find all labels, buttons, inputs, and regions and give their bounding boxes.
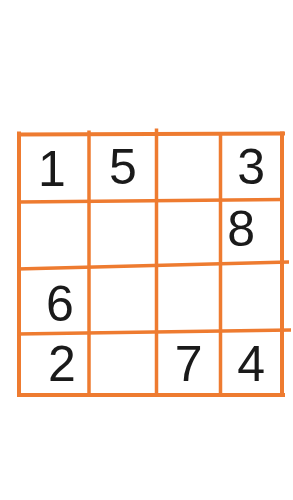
cell-r1c4[interactable]: 3 [221,133,283,201]
screen: 1 5 3 8 6 2 7 4 [0,0,293,500]
cell-value: 2 [48,339,76,389]
cell-value: 8 [227,204,255,254]
cell-r3c1[interactable]: 6 [19,266,89,332]
cell-r4c2[interactable] [89,332,157,396]
cell-r1c1[interactable]: 1 [19,133,89,201]
cell-r1c3[interactable] [157,133,221,201]
cell-value: 7 [175,339,203,389]
cell-r3c4[interactable] [221,266,283,332]
cell-r2c2[interactable] [89,201,157,266]
cell-value: 5 [109,142,137,192]
cell-r3c2[interactable] [89,266,157,332]
cell-value: 4 [237,339,265,389]
cell-r2c4[interactable]: 8 [221,201,283,266]
puzzle-board: 1 5 3 8 6 2 7 4 [19,133,282,396]
cell-r2c3[interactable] [157,201,221,266]
cell-r3c3[interactable] [157,266,221,332]
cell-value: 1 [38,144,66,194]
cell-value: 3 [237,142,265,192]
cell-r2c1[interactable] [19,201,89,266]
cell-r4c4[interactable]: 4 [221,332,283,396]
cell-r4c1[interactable]: 2 [19,332,89,396]
cell-value: 6 [46,279,74,329]
cell-r4c3[interactable]: 7 [157,332,221,396]
cell-r1c2[interactable]: 5 [89,133,157,201]
